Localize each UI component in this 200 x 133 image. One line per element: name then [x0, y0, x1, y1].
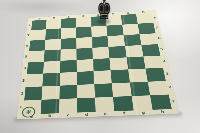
- square-c1[interactable]: [59, 98, 77, 113]
- maker-emblem-icon: ❋: [22, 107, 36, 118]
- square-g5[interactable]: [125, 45, 143, 57]
- photo-scene: ❋ aabbccddeeffgghh8877665544332211 ♚: [0, 0, 200, 133]
- square-b5[interactable]: [44, 49, 60, 61]
- square-c5[interactable]: [60, 49, 76, 61]
- square-h2[interactable]: [148, 81, 169, 95]
- square-c4[interactable]: [60, 60, 77, 73]
- square-g4[interactable]: [126, 56, 145, 69]
- square-h3[interactable]: [145, 68, 165, 82]
- square-d2[interactable]: [77, 84, 95, 98]
- file-label-bottom-d: d: [77, 112, 96, 117]
- file-label-bottom-f: f: [114, 111, 133, 116]
- rank-label-right-3: 3: [164, 72, 170, 76]
- square-b2[interactable]: [42, 86, 60, 100]
- rank-label-right-8: 8: [152, 16, 157, 19]
- rank-label-right-2: 2: [167, 85, 173, 89]
- board-grid: [23, 13, 172, 115]
- rank-label-right-6: 6: [157, 37, 162, 40]
- square-b4[interactable]: [43, 61, 60, 74]
- file-label-bottom-b: b: [40, 113, 58, 118]
- square-d3[interactable]: [77, 71, 95, 85]
- square-d5[interactable]: [76, 48, 93, 60]
- file-label-bottom-h: h: [153, 109, 173, 114]
- rank-label-right-5: 5: [159, 48, 164, 52]
- square-e3[interactable]: [94, 70, 112, 84]
- rank-label-right-7: 7: [155, 26, 160, 29]
- square-b1[interactable]: [41, 99, 59, 114]
- square-e1[interactable]: [95, 97, 114, 112]
- square-g2[interactable]: [130, 82, 150, 96]
- square-b3[interactable]: [42, 73, 59, 86]
- square-a2[interactable]: [24, 86, 42, 100]
- square-a3[interactable]: [26, 74, 44, 87]
- square-f1[interactable]: [113, 96, 133, 111]
- file-label-bottom-c: c: [59, 113, 77, 118]
- square-d4[interactable]: [76, 59, 93, 72]
- square-f4[interactable]: [110, 57, 128, 70]
- square-e5[interactable]: [92, 47, 109, 59]
- square-h4[interactable]: [143, 56, 163, 69]
- file-label-bottom-e: e: [96, 111, 115, 116]
- square-e2[interactable]: [94, 83, 113, 97]
- black-king[interactable]: ♚: [97, 0, 111, 24]
- square-g1[interactable]: [131, 95, 152, 110]
- square-f5[interactable]: [108, 46, 126, 58]
- square-a5[interactable]: [28, 50, 45, 62]
- square-f2[interactable]: [112, 82, 132, 96]
- square-g3[interactable]: [128, 69, 148, 83]
- square-c3[interactable]: [60, 72, 77, 86]
- square-e4[interactable]: [93, 58, 111, 71]
- rank-label-right-1: 1: [170, 99, 176, 103]
- square-a4[interactable]: [27, 62, 44, 75]
- square-h1[interactable]: [150, 94, 172, 109]
- chessboard: ❋ aabbccddeeffgghh8877665544332211: [17, 10, 179, 120]
- file-label-bottom-g: g: [133, 110, 153, 115]
- square-h5[interactable]: [141, 44, 160, 56]
- rank-label-right-4: 4: [162, 60, 167, 64]
- square-c2[interactable]: [59, 85, 77, 99]
- square-d1[interactable]: [77, 97, 96, 112]
- square-f3[interactable]: [111, 69, 130, 83]
